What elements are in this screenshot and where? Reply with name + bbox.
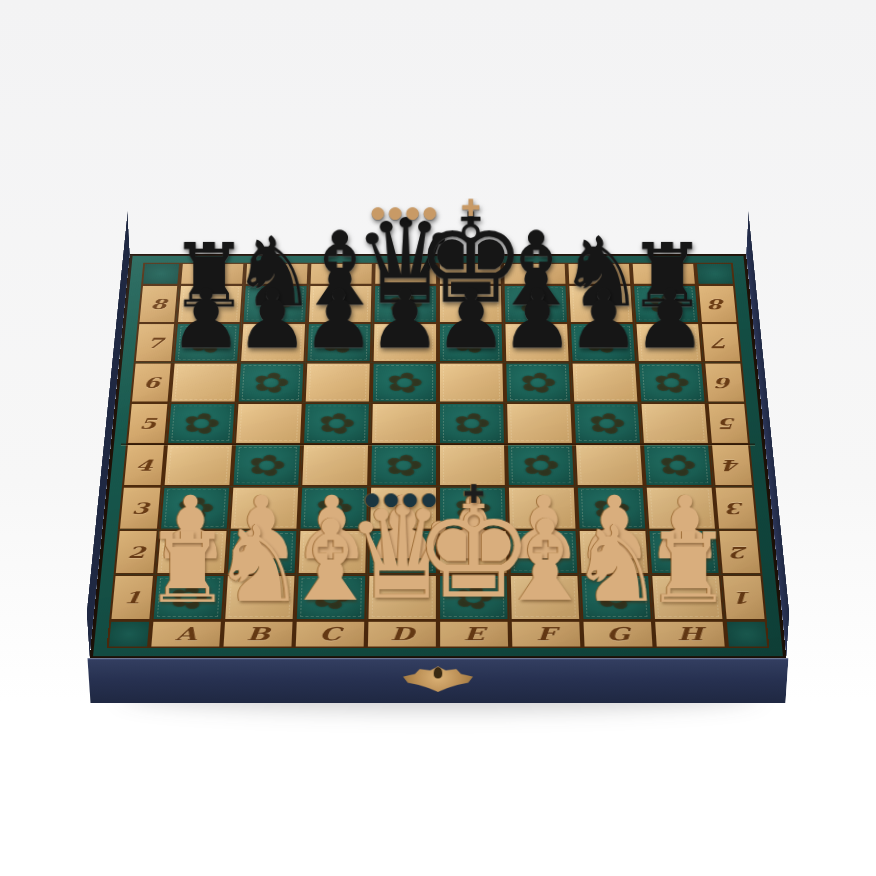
square-e7[interactable]: ♟ [438, 323, 504, 362]
rank-label-right-1: 1 [734, 588, 753, 608]
chess-box-board: 8♜♞♝♛●●●●♚✚♝♞♜87♟♟♟♟♟♟♟♟7665544332♟♟♟♟♟♟… [90, 254, 787, 658]
square-a6[interactable] [169, 362, 239, 402]
square-g7[interactable]: ♟ [569, 323, 637, 362]
keyhole-icon [434, 667, 443, 678]
rank-label-right-2: 2 [730, 543, 749, 562]
square-f6[interactable] [504, 362, 572, 402]
square-d5[interactable] [370, 403, 438, 444]
rank-label-left-2: 2 [127, 543, 146, 562]
square-h6[interactable] [637, 362, 707, 402]
square-d6[interactable] [371, 362, 438, 402]
rank-label-left-4: 4 [135, 456, 153, 474]
photo-scene: 8♜♞♝♛●●●●♚✚♝♞♜87♟♟♟♟♟♟♟♟7665544332♟♟♟♟♟♟… [0, 0, 876, 876]
piece-black-pawn[interactable]: ♟ [368, 278, 441, 360]
square-f7[interactable]: ♟ [503, 323, 570, 362]
file-label-cell: A [149, 620, 223, 648]
rank-label-cell: 6 [703, 362, 746, 402]
piece-black-pawn[interactable]: ♟ [302, 278, 375, 360]
file-label-a: A [175, 624, 198, 645]
square-a5[interactable] [166, 403, 237, 444]
file-label-h: H [676, 624, 704, 645]
rank-label-left-7: 7 [146, 334, 164, 351]
rank-label-right-5: 5 [719, 414, 737, 432]
king-cross-finial: ✚ [463, 482, 484, 508]
square-c5[interactable] [302, 403, 371, 444]
box-front-face [87, 658, 788, 703]
square-h1[interactable]: ♜ [650, 575, 725, 621]
piece-black-pawn[interactable]: ♟ [236, 278, 309, 360]
border-corner [725, 620, 770, 648]
king-cross-finial: ✚ [461, 197, 481, 220]
file-label-e: E [463, 624, 484, 645]
file-label-d: D [390, 624, 414, 645]
file-label-cell: C [294, 620, 367, 648]
square-f5[interactable] [505, 403, 574, 444]
rank-label-cell: 5 [126, 403, 169, 444]
rank-label-right-8: 8 [709, 296, 726, 312]
file-label-f: F [536, 624, 556, 645]
rank-label-right-6: 6 [716, 374, 734, 391]
square-g1[interactable]: ♞ [579, 575, 653, 621]
piece-black-pawn[interactable]: ♟ [567, 278, 640, 360]
file-label-c: C [319, 624, 342, 645]
rank-label-cell: 5 [707, 403, 750, 444]
file-label-cell: B [221, 620, 294, 648]
piece-black-pawn[interactable]: ♟ [169, 278, 242, 360]
piece-black-pawn[interactable]: ♟ [501, 278, 574, 360]
file-label-cell: H [653, 620, 727, 648]
board-grid: 8♜♞♝♛●●●●♚✚♝♞♜87♟♟♟♟♟♟♟♟7665544332♟♟♟♟♟♟… [90, 254, 787, 658]
rank-label-left-1: 1 [123, 588, 142, 608]
file-label-b: B [246, 624, 270, 645]
piece-white-rook[interactable]: ♜ [645, 521, 732, 618]
rank-label-left-8: 8 [150, 296, 167, 312]
square-c7[interactable]: ♟ [305, 323, 372, 362]
square-b6[interactable] [237, 362, 306, 402]
square-d7[interactable]: ♟ [372, 323, 438, 362]
piece-black-pawn[interactable]: ♟ [633, 278, 706, 360]
square-c6[interactable] [304, 362, 372, 402]
square-e5[interactable] [438, 403, 506, 444]
file-label-cell: F [510, 620, 583, 648]
rank-label-left-5: 5 [139, 414, 157, 432]
file-label-cell: E [438, 620, 510, 648]
square-h5[interactable] [639, 403, 710, 444]
rank-label-right-7: 7 [712, 334, 730, 351]
square-h7[interactable]: ♟ [634, 323, 703, 362]
rank-label-cell: 6 [130, 362, 173, 402]
file-label-cell: D [366, 620, 438, 648]
square-b7[interactable]: ♟ [239, 323, 307, 362]
square-a7[interactable]: ♟ [173, 323, 242, 362]
square-g6[interactable] [571, 362, 640, 402]
rank-label-right-4: 4 [723, 456, 741, 474]
file-label-cell: G [581, 620, 654, 648]
piece-black-pawn[interactable]: ♟ [434, 278, 507, 360]
square-b5[interactable] [234, 403, 304, 444]
square-e6[interactable] [438, 362, 505, 402]
border-corner [107, 620, 152, 648]
rank-label-left-6: 6 [142, 374, 160, 391]
file-label-g: G [606, 624, 631, 645]
square-g5[interactable] [572, 403, 642, 444]
